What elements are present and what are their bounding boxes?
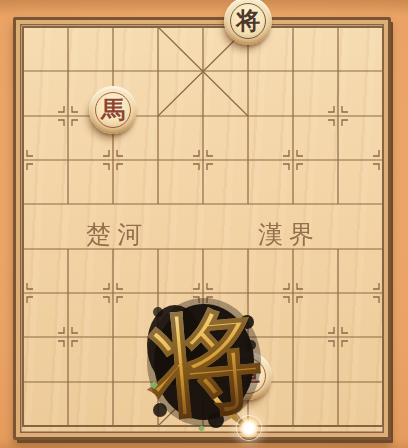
piece-glyph: 将: [224, 0, 272, 45]
piece-black-general[interactable]: 将: [224, 0, 272, 45]
xiangqi-app-screen: 楚河 漢界 将馬車 将: [0, 0, 408, 448]
piece-layer: 将馬車: [1, 5, 406, 448]
piece-red-chariot[interactable]: 車: [224, 352, 272, 400]
piece-glyph: 馬: [89, 86, 137, 134]
piece-red-horse[interactable]: 馬: [89, 86, 137, 134]
piece-glyph: 車: [224, 352, 272, 400]
